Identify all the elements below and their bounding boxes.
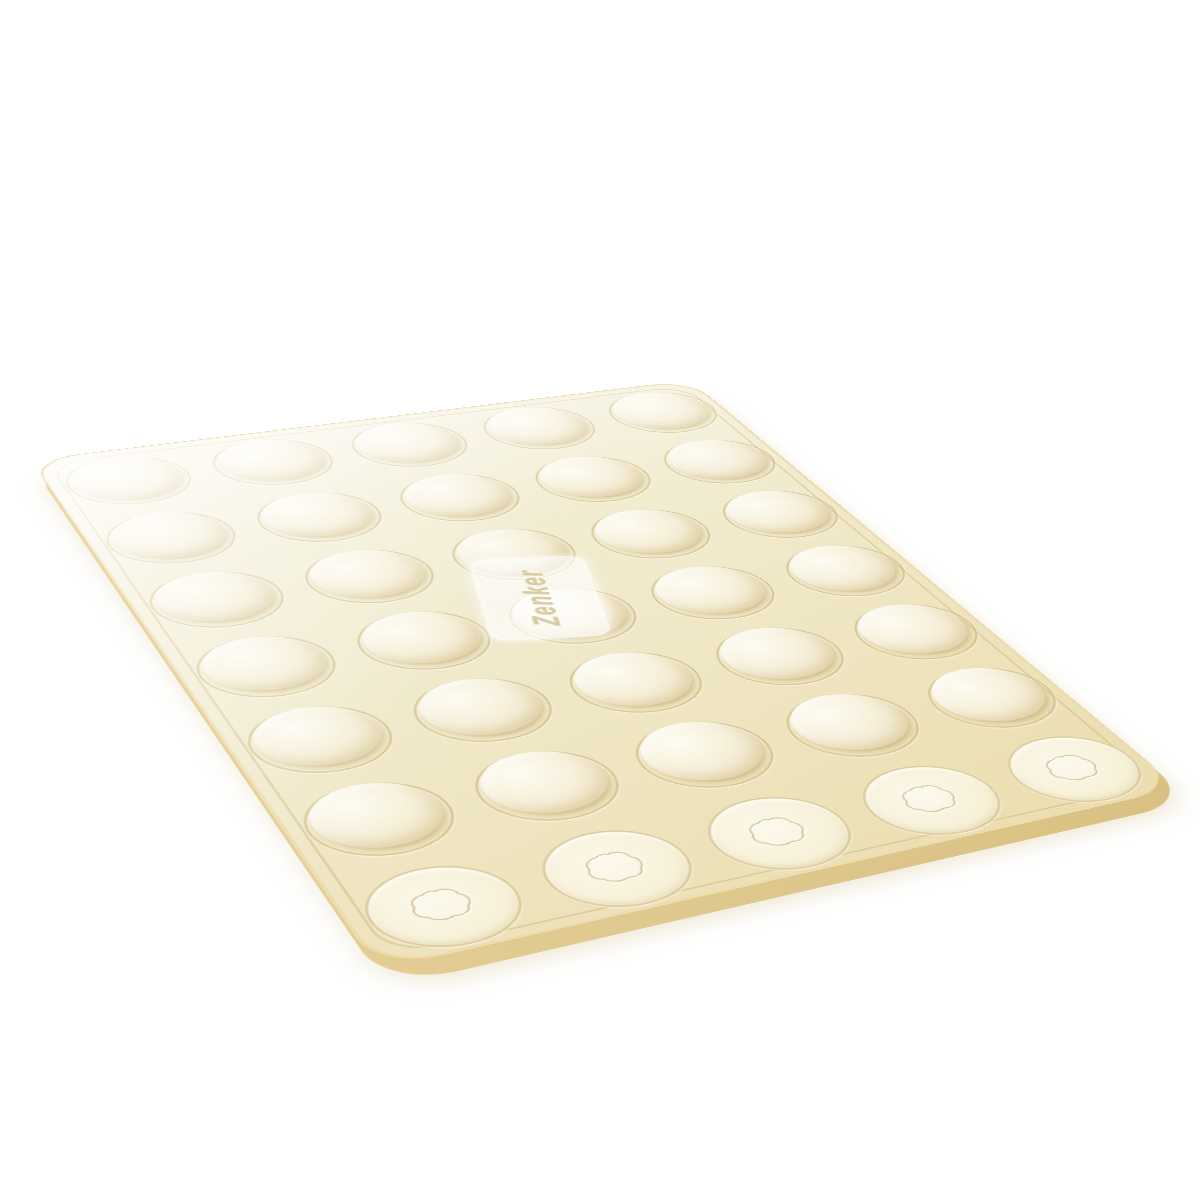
macaron-batter-dome: [292, 773, 462, 858]
macaron-batter-dome: [390, 469, 526, 522]
product-photo-scene: Zenker: [0, 0, 1200, 1200]
macaron-batter-dome: [702, 621, 853, 687]
macaron-batter-dome: [402, 671, 560, 744]
cavity-filled-r3c5: [704, 485, 858, 545]
cavity-filled-r1c5: [592, 387, 735, 438]
cavity-filled-r5c4: [695, 620, 866, 695]
macaron-batter-dome: [204, 434, 338, 485]
macaron-batter-dome: [295, 544, 440, 605]
macaron-batter-dome: [342, 418, 473, 467]
macaron-batter-dome: [473, 403, 602, 450]
macaron-batter-dome: [462, 743, 628, 823]
macaron-batter-dome: [59, 452, 195, 505]
cavity-filled-r2c2: [242, 486, 399, 549]
macaron-batter-dome: [237, 698, 399, 775]
macaron-batter-dome: [911, 661, 1066, 730]
cavity-filled-r3c1: [134, 564, 301, 636]
macaron-batter-dome: [771, 686, 929, 758]
piping-guide-flower-emboss: [729, 809, 829, 857]
cavity-filled-r5c1: [230, 697, 413, 784]
cavity-grid: [34, 381, 1174, 966]
macaron-baking-mat: Zenker: [30, 380, 1180, 970]
cavity-filled-r3c2: [288, 543, 452, 612]
page: { "scene": { "description": "3D product …: [0, 0, 1200, 1200]
piping-guide-flower-emboss: [391, 879, 495, 933]
macaron-batter-dome: [598, 388, 724, 433]
cavity-filled-r2c4: [518, 451, 669, 509]
cavity-filled-r5c5: [833, 597, 1000, 668]
macaron-batter-dome: [839, 598, 987, 661]
macaron-batter-dome: [187, 629, 341, 699]
cavity-filled-r4c1: [180, 628, 355, 707]
macaron-batter-dome: [772, 540, 914, 598]
brand-wordmark: Zenker: [510, 569, 569, 627]
cavity-filled-r4c5: [766, 539, 926, 604]
cavity-filled-r6c1: [284, 772, 476, 868]
macaron-batter-dome: [579, 504, 718, 559]
cavity-filled-r5c3: [549, 644, 724, 722]
cavity-filled-r6c2: [454, 741, 641, 832]
cavity-filled-r6c4: [764, 685, 943, 767]
macaron-batter-dome: [99, 506, 241, 564]
macaron-batter-dome: [248, 487, 387, 542]
cavity-filled-r1c3: [336, 417, 484, 472]
macaron-batter-dome: [710, 485, 846, 538]
cavity-filled-r1c4: [467, 402, 613, 455]
cavity-filled-r2c5: [646, 434, 794, 489]
cavity-filled-r1c2: [198, 434, 349, 492]
cavity-filled-r2c3: [383, 468, 537, 528]
macaron-batter-dome: [524, 451, 658, 502]
macaron-batter-dome: [346, 605, 497, 671]
cavity-filled-r3c4: [573, 503, 730, 566]
macaron-batter-dome: [556, 645, 711, 714]
cavity-filled-r6c3: [614, 712, 797, 798]
cavity-filled-r1c1: [52, 451, 206, 511]
cavity-filled-r2c1: [92, 505, 252, 571]
macaron-batter-dome: [652, 435, 783, 484]
cavity-filled-r4c4: [632, 559, 796, 627]
macaron-batter-dome: [141, 565, 289, 628]
macaron-batter-dome: [638, 560, 783, 620]
cavity-filled-r6c5: [905, 659, 1080, 737]
cavity-filled-r5c2: [394, 670, 573, 752]
piping-guide-flower-emboss: [882, 777, 980, 823]
piping-guide-flower-emboss: [566, 843, 668, 894]
piping-guide-flower-emboss: [1026, 747, 1122, 790]
macaron-batter-dome: [621, 714, 783, 790]
